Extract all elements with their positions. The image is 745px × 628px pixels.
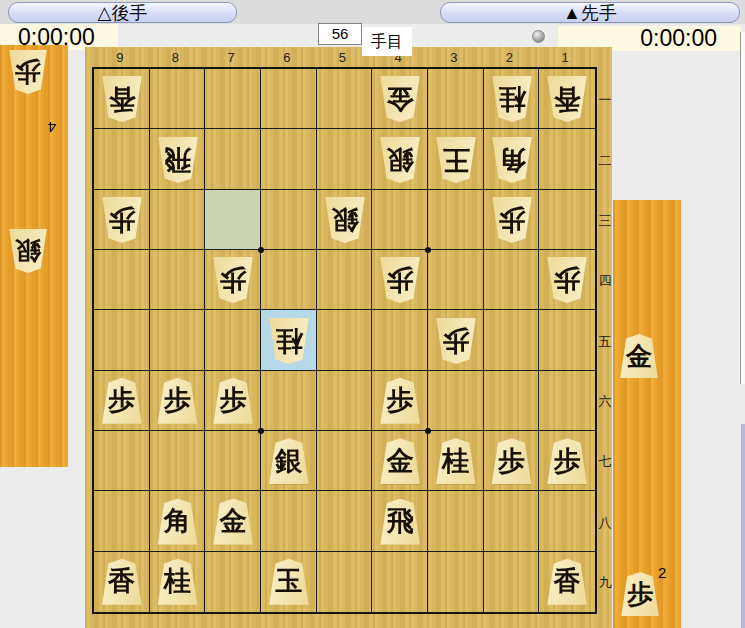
file-label: 2: [482, 50, 538, 65]
sente-player-label: ▲先手: [563, 1, 617, 25]
board-square[interactable]: [317, 69, 373, 129]
shogi-board: 987654321一二三四五六七八九香金桂香飛銀王角歩銀歩歩歩歩桂歩歩歩歩歩銀金…: [85, 47, 612, 628]
board-square[interactable]: [317, 552, 373, 612]
board-square[interactable]: [428, 190, 484, 250]
file-label: 9: [92, 50, 148, 65]
board-square[interactable]: [428, 250, 484, 310]
board-square[interactable]: [150, 310, 206, 370]
rank-label: 四: [597, 272, 613, 290]
rank-label: 一: [597, 91, 613, 109]
board-square[interactable]: [317, 129, 373, 189]
file-label: 1: [537, 50, 593, 65]
board-square[interactable]: [261, 371, 317, 431]
board-square[interactable]: [261, 190, 317, 250]
board-square[interactable]: [428, 552, 484, 612]
move-counter-suffix: 手目: [362, 27, 412, 56]
board-square[interactable]: [484, 552, 540, 612]
board-square[interactable]: [539, 371, 595, 431]
file-label: 8: [148, 50, 204, 65]
board-square[interactable]: [428, 491, 484, 551]
rank-label: 七: [597, 453, 613, 471]
rank-label: 八: [597, 514, 613, 532]
rank-label: 六: [597, 393, 613, 411]
board-square[interactable]: [484, 310, 540, 370]
board-square[interactable]: [428, 69, 484, 129]
board-square[interactable]: [94, 129, 150, 189]
board-square[interactable]: [484, 491, 540, 551]
board-square[interactable]: [428, 371, 484, 431]
board-square[interactable]: [205, 431, 261, 491]
board-square[interactable]: [94, 310, 150, 370]
gote-hand-pawn-count: 4: [48, 119, 56, 136]
board-square[interactable]: [150, 69, 206, 129]
board-square[interactable]: [484, 250, 540, 310]
board-square[interactable]: [539, 129, 595, 189]
board-square[interactable]: [150, 250, 206, 310]
board-square[interactable]: [539, 310, 595, 370]
board-square[interactable]: [261, 491, 317, 551]
board-square[interactable]: [205, 69, 261, 129]
board-square[interactable]: [317, 491, 373, 551]
board-square[interactable]: [205, 190, 261, 250]
gote-captured-stand: 歩 4 銀: [0, 45, 68, 467]
star-point: [425, 247, 431, 253]
move-counter-input[interactable]: 56: [318, 23, 362, 45]
window-edge-panel-blue: [741, 424, 745, 628]
sente-hand-pawn[interactable]: 歩: [620, 572, 660, 616]
file-label: 7: [203, 50, 259, 65]
gote-hand-silver[interactable]: 銀: [8, 229, 48, 273]
rank-label: 三: [597, 212, 613, 230]
file-label: 6: [259, 50, 315, 65]
sente-hand-pawn-count: 2: [658, 564, 666, 581]
board-square[interactable]: [317, 371, 373, 431]
board-square[interactable]: [205, 310, 261, 370]
board-square[interactable]: [317, 250, 373, 310]
board-square[interactable]: [484, 371, 540, 431]
star-point: [425, 428, 431, 434]
board-square[interactable]: [150, 431, 206, 491]
turn-indicator-led: [532, 30, 545, 43]
board-square[interactable]: [539, 190, 595, 250]
board-square[interactable]: [317, 431, 373, 491]
board-square[interactable]: [261, 250, 317, 310]
board-square[interactable]: [94, 250, 150, 310]
board-square[interactable]: [539, 491, 595, 551]
board-square[interactable]: [261, 69, 317, 129]
star-point: [258, 247, 264, 253]
gote-hand-pawn[interactable]: 歩: [8, 50, 48, 94]
board-square[interactable]: [150, 190, 206, 250]
board-square[interactable]: [372, 552, 428, 612]
gote-player-button[interactable]: △後手: [8, 2, 237, 23]
board-square[interactable]: [94, 431, 150, 491]
sente-player-button[interactable]: ▲先手: [440, 2, 740, 23]
rank-label: 二: [597, 152, 613, 170]
rank-label: 五: [597, 333, 613, 351]
board-square[interactable]: [205, 552, 261, 612]
sente-hand-gold[interactable]: 金: [619, 334, 659, 378]
gote-player-label: △後手: [98, 1, 148, 25]
board-square[interactable]: [372, 310, 428, 370]
star-point: [258, 428, 264, 434]
board-square[interactable]: [372, 190, 428, 250]
sente-captured-stand: 金 歩 2: [613, 200, 681, 628]
board-square[interactable]: [94, 491, 150, 551]
rank-label: 九: [597, 574, 613, 592]
board-square[interactable]: [317, 310, 373, 370]
board-square[interactable]: [261, 129, 317, 189]
file-label: 3: [426, 50, 482, 65]
window-edge-panel: [740, 32, 745, 384]
board-square[interactable]: [205, 129, 261, 189]
